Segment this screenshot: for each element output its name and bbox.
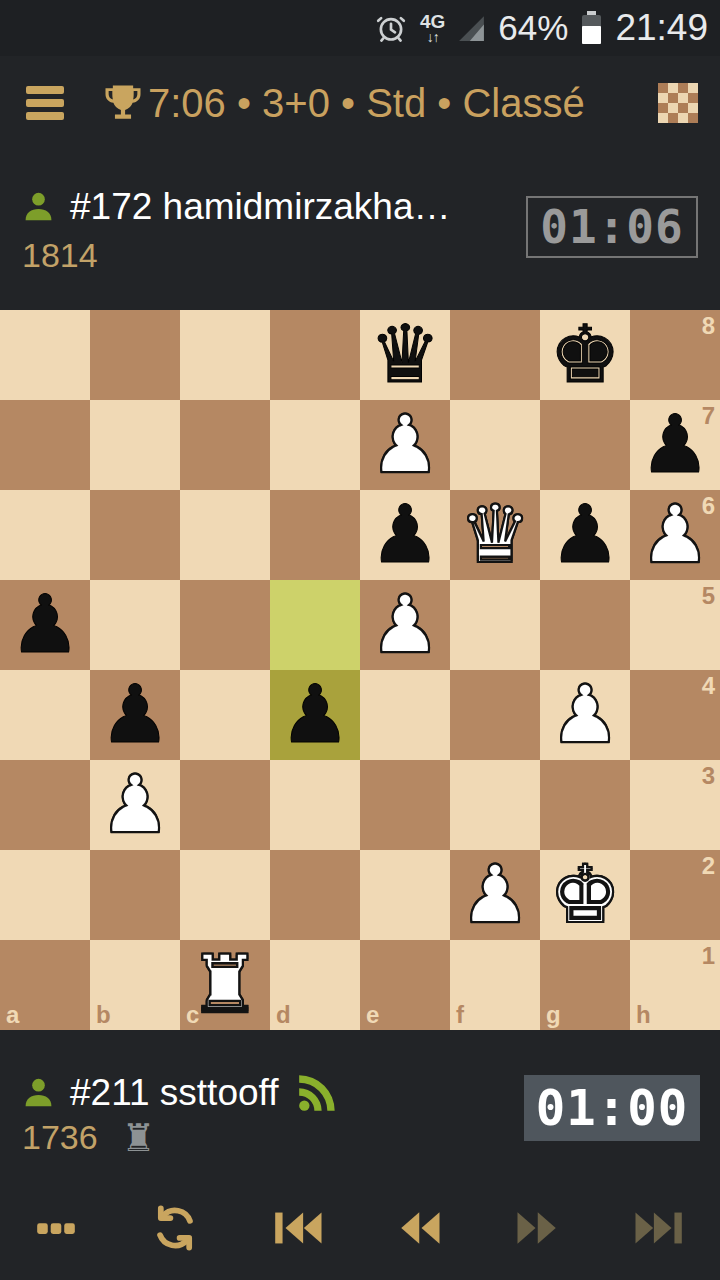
square-d2[interactable] <box>270 850 360 940</box>
piece-black-pawn: ♟ <box>0 580 90 670</box>
square-h3[interactable]: 3 <box>630 760 720 850</box>
square-a7[interactable] <box>0 400 90 490</box>
square-d4[interactable]: ♟ <box>270 670 360 760</box>
piece-black-queen: ♛ <box>360 310 450 400</box>
coord-file-e: e <box>366 1003 379 1027</box>
stream-icon <box>295 1073 339 1113</box>
piece-black-pawn: ♟ <box>540 490 630 580</box>
square-e4[interactable] <box>360 670 450 760</box>
square-c4[interactable] <box>180 670 270 760</box>
battery-percent: 64% <box>498 8 568 48</box>
square-g5[interactable] <box>540 580 630 670</box>
square-a3[interactable] <box>0 760 90 850</box>
piece-white-pawn: ♟ <box>360 580 450 670</box>
square-b5[interactable] <box>90 580 180 670</box>
player-icon <box>22 1075 55 1111</box>
square-g3[interactable] <box>540 760 630 850</box>
player-clock: 01:00 <box>524 1075 700 1141</box>
square-c3[interactable] <box>180 760 270 850</box>
piece-black-king: ♚ <box>540 310 630 400</box>
coord-rank-4: 4 <box>702 674 715 698</box>
square-c8[interactable] <box>180 310 270 400</box>
square-h4[interactable]: 4 <box>630 670 720 760</box>
miniboard-icon[interactable] <box>658 83 698 123</box>
updown-arrows-icon: ↓↑ <box>427 30 439 44</box>
coord-file-a: a <box>6 1003 19 1027</box>
square-h8[interactable]: 8 <box>630 310 720 400</box>
skip-to-start-icon <box>273 1210 323 1246</box>
square-b3[interactable]: ♟ <box>90 760 180 850</box>
opponent-name[interactable]: #172 hamidmirzakha… <box>70 186 450 228</box>
square-h2[interactable]: 2 <box>630 850 720 940</box>
square-b7[interactable] <box>90 400 180 490</box>
piece-white-pawn: ♟ <box>630 490 720 580</box>
square-f1[interactable]: f <box>450 940 540 1030</box>
piece-white-rook: ♜ <box>180 940 270 1030</box>
square-f5[interactable] <box>450 580 540 670</box>
coord-file-b: b <box>96 1003 111 1027</box>
signal-icon <box>458 15 485 42</box>
square-h5[interactable]: 5 <box>630 580 720 670</box>
square-h6[interactable]: 6♟ <box>630 490 720 580</box>
square-a1[interactable]: a <box>0 940 90 1030</box>
piece-black-pawn: ♟ <box>360 490 450 580</box>
flip-board-button[interactable] <box>152 1205 198 1251</box>
app-bar: 7:06 • 3+0 • Std • Classé <box>0 56 720 150</box>
square-c5[interactable] <box>180 580 270 670</box>
piece-white-king: ♚ <box>540 850 630 940</box>
square-e5[interactable]: ♟ <box>360 580 450 670</box>
chess-board[interactable]: ♛♚8♟7♟♟♛♟6♟♟♟5♟♟♟4♟3♟♚2abc♜defg1h <box>0 310 720 1030</box>
square-g2[interactable]: ♚ <box>540 850 630 940</box>
piece-white-queen: ♛ <box>450 490 540 580</box>
player-name[interactable]: #211 ssttooff <box>70 1072 278 1114</box>
square-g4[interactable]: ♟ <box>540 670 630 760</box>
square-b4[interactable]: ♟ <box>90 670 180 760</box>
square-e6[interactable]: ♟ <box>360 490 450 580</box>
square-c6[interactable] <box>180 490 270 580</box>
square-g6[interactable]: ♟ <box>540 490 630 580</box>
flip-icon <box>152 1205 198 1251</box>
coord-rank-3: 3 <box>702 764 715 788</box>
opponent-panel: #172 hamidmirzakha… 1814 01:06 <box>0 150 720 310</box>
square-a4[interactable] <box>0 670 90 760</box>
piece-black-pawn: ♟ <box>270 670 360 760</box>
4g-network-icon: 4G ↓↑ <box>420 12 445 44</box>
coord-file-g: g <box>546 1003 561 1027</box>
square-g7[interactable] <box>540 400 630 490</box>
square-g8[interactable]: ♚ <box>540 310 630 400</box>
square-b1[interactable]: b <box>90 940 180 1030</box>
coord-file-f: f <box>456 1003 464 1027</box>
coord-file-h: h <box>636 1003 651 1027</box>
previous-move-button[interactable] <box>399 1210 441 1246</box>
square-d3[interactable] <box>270 760 360 850</box>
square-f7[interactable] <box>450 400 540 490</box>
square-d7[interactable] <box>270 400 360 490</box>
game-title: 7:06 • 3+0 • Std • Classé <box>148 81 585 126</box>
square-g1[interactable]: g <box>540 940 630 1030</box>
square-d1[interactable]: d <box>270 940 360 1030</box>
piece-white-pawn: ♟ <box>540 670 630 760</box>
ellipsis-icon <box>36 1213 76 1243</box>
square-a5[interactable]: ♟ <box>0 580 90 670</box>
square-e3[interactable] <box>360 760 450 850</box>
trophy-icon <box>102 82 144 124</box>
square-h7[interactable]: 7♟ <box>630 400 720 490</box>
alarm-icon <box>375 12 407 44</box>
clock-time: 21:49 <box>615 7 708 49</box>
player-rating: 1736 <box>22 1118 98 1157</box>
square-c1[interactable]: c♜ <box>180 940 270 1030</box>
square-a2[interactable] <box>0 850 90 940</box>
square-e7[interactable]: ♟ <box>360 400 450 490</box>
piece-white-pawn: ♟ <box>90 760 180 850</box>
more-options-button[interactable] <box>36 1213 76 1243</box>
square-b8[interactable] <box>90 310 180 400</box>
next-move-button[interactable] <box>516 1210 558 1246</box>
square-b6[interactable] <box>90 490 180 580</box>
square-c2[interactable] <box>180 850 270 940</box>
coord-rank-2: 2 <box>702 854 715 878</box>
bottom-toolbar <box>0 1175 720 1280</box>
opponent-rating: 1814 <box>22 236 98 275</box>
piece-black-pawn: ♟ <box>630 400 720 490</box>
player-icon <box>22 189 55 225</box>
square-e8[interactable]: ♛ <box>360 310 450 400</box>
square-f8[interactable] <box>450 310 540 400</box>
piece-white-pawn: ♟ <box>450 850 540 940</box>
square-d8[interactable] <box>270 310 360 400</box>
first-move-button[interactable] <box>273 1210 323 1246</box>
square-f6[interactable]: ♛ <box>450 490 540 580</box>
skip-to-end-icon <box>634 1210 684 1246</box>
menu-icon[interactable] <box>26 83 64 123</box>
square-a8[interactable] <box>0 310 90 400</box>
app-screen: 4G ↓↑ 64% 21:49 7:06 • 3+0 • Std • Class… <box>0 0 720 1280</box>
last-move-button[interactable] <box>634 1210 684 1246</box>
square-d5[interactable] <box>270 580 360 670</box>
player-panel: #211 ssttooff 1736 ♜ 01:00 <box>0 1030 720 1175</box>
coord-rank-8: 8 <box>702 314 715 338</box>
coord-rank-1: 1 <box>702 944 715 968</box>
status-bar: 4G ↓↑ 64% 21:49 <box>0 0 720 56</box>
game-info: 7:06 • 3+0 • Std • Classé <box>102 81 585 126</box>
square-c7[interactable] <box>180 400 270 490</box>
square-e2[interactable] <box>360 850 450 940</box>
square-f3[interactable] <box>450 760 540 850</box>
opponent-clock: 01:06 <box>526 196 698 258</box>
coord-file-d: d <box>276 1003 291 1027</box>
fast-forward-icon <box>516 1210 558 1246</box>
square-h1[interactable]: 1h <box>630 940 720 1030</box>
piece-black-pawn: ♟ <box>90 670 180 760</box>
captured-rook-icon: ♜ <box>122 1119 156 1157</box>
battery-icon <box>581 11 602 45</box>
square-e1[interactable]: e <box>360 940 450 1030</box>
coord-rank-5: 5 <box>702 584 715 608</box>
square-a6[interactable] <box>0 490 90 580</box>
piece-white-pawn: ♟ <box>360 400 450 490</box>
rewind-icon <box>399 1210 441 1246</box>
square-f2[interactable]: ♟ <box>450 850 540 940</box>
square-b2[interactable] <box>90 850 180 940</box>
square-d6[interactable] <box>270 490 360 580</box>
square-f4[interactable] <box>450 670 540 760</box>
